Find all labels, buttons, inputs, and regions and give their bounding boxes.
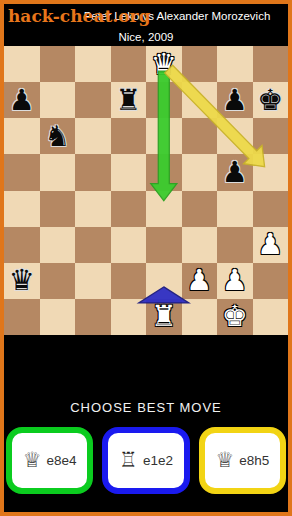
choice-button-e8h5[interactable]: ♕ e8h5: [199, 427, 286, 494]
square-d6[interactable]: [111, 118, 147, 154]
square-c5[interactable]: [75, 154, 111, 190]
choice-button-e1e2[interactable]: ♖ e1e2: [102, 427, 189, 494]
square-g5[interactable]: ♟: [217, 154, 253, 190]
square-f1[interactable]: [182, 299, 218, 335]
white-queen-icon: ♕: [215, 450, 234, 471]
square-a7[interactable]: ♟: [4, 82, 40, 118]
square-f2[interactable]: ♟: [182, 263, 218, 299]
square-b1[interactable]: [40, 299, 76, 335]
square-d8[interactable]: [111, 46, 147, 82]
square-h1[interactable]: [253, 299, 289, 335]
square-f5[interactable]: [182, 154, 218, 190]
white-pawn: ♟: [182, 263, 218, 299]
square-c7[interactable]: [75, 82, 111, 118]
square-e1[interactable]: ♜: [146, 299, 182, 335]
black-queen: ♛: [4, 263, 40, 299]
square-e3[interactable]: [146, 227, 182, 263]
square-b2[interactable]: [40, 263, 76, 299]
square-b3[interactable]: [40, 227, 76, 263]
game-event-subtitle: Nice, 2009: [4, 31, 288, 43]
white-pawn: ♟: [253, 227, 289, 263]
square-g4[interactable]: [217, 191, 253, 227]
square-d5[interactable]: [111, 154, 147, 190]
choice-move-label: e8e4: [47, 453, 77, 468]
square-g6[interactable]: [217, 118, 253, 154]
square-a8[interactable]: [4, 46, 40, 82]
white-rook: ♜: [146, 299, 182, 335]
white-king: ♚: [217, 299, 253, 335]
square-e4[interactable]: [146, 191, 182, 227]
chess-board[interactable]: ♛♟♜♟♚♞♟♟♛♟♟♜♚: [4, 46, 288, 335]
square-c4[interactable]: [75, 191, 111, 227]
square-e7[interactable]: [146, 82, 182, 118]
square-d2[interactable]: [111, 263, 147, 299]
square-e8[interactable]: ♛: [146, 46, 182, 82]
square-f4[interactable]: [182, 191, 218, 227]
square-g7[interactable]: ♟: [217, 82, 253, 118]
square-h5[interactable]: [253, 154, 289, 190]
square-d3[interactable]: [111, 227, 147, 263]
white-queen-icon: ♕: [23, 450, 42, 471]
square-g8[interactable]: [217, 46, 253, 82]
square-a4[interactable]: [4, 191, 40, 227]
square-b6[interactable]: ♞: [40, 118, 76, 154]
square-g3[interactable]: [217, 227, 253, 263]
square-f6[interactable]: [182, 118, 218, 154]
choice-move-label: e8h5: [239, 453, 269, 468]
square-c6[interactable]: [75, 118, 111, 154]
choice-button-e8e4[interactable]: ♕ e8e4: [6, 427, 93, 494]
square-a3[interactable]: [4, 227, 40, 263]
square-c2[interactable]: [75, 263, 111, 299]
square-d7[interactable]: ♜: [111, 82, 147, 118]
square-e5[interactable]: [146, 154, 182, 190]
square-c1[interactable]: [75, 299, 111, 335]
square-e6[interactable]: [146, 118, 182, 154]
board-area: ♛♟♜♟♚♞♟♟♛♟♟♜♚: [4, 46, 288, 335]
square-a2[interactable]: ♛: [4, 263, 40, 299]
square-b8[interactable]: [40, 46, 76, 82]
square-h4[interactable]: [253, 191, 289, 227]
black-pawn: ♟: [217, 82, 253, 118]
app-screen: Peter Leko vs Alexander Morozevich Nice,…: [0, 0, 292, 516]
black-king: ♚: [253, 82, 289, 118]
black-knight: ♞: [40, 118, 76, 154]
square-b5[interactable]: [40, 154, 76, 190]
black-rook: ♜: [111, 82, 147, 118]
square-f8[interactable]: [182, 46, 218, 82]
square-b4[interactable]: [40, 191, 76, 227]
square-c3[interactable]: [75, 227, 111, 263]
square-f7[interactable]: [182, 82, 218, 118]
square-d1[interactable]: [111, 299, 147, 335]
square-g2[interactable]: ♟: [217, 263, 253, 299]
choice-move-label: e1e2: [143, 453, 173, 468]
white-rook-icon: ♖: [119, 450, 138, 471]
square-d4[interactable]: [111, 191, 147, 227]
square-a6[interactable]: [4, 118, 40, 154]
square-b7[interactable]: [40, 82, 76, 118]
square-h8[interactable]: [253, 46, 289, 82]
watermark-text: hack-cheat.org: [8, 6, 150, 26]
square-h3[interactable]: ♟: [253, 227, 289, 263]
square-a1[interactable]: [4, 299, 40, 335]
black-pawn: ♟: [217, 154, 253, 190]
white-pawn: ♟: [217, 263, 253, 299]
answer-choices: ♕ e8e4 ♖ e1e2 ♕ e8h5: [6, 427, 286, 494]
choose-best-move-prompt: CHOOSE BEST MOVE: [4, 400, 288, 415]
square-h2[interactable]: [253, 263, 289, 299]
white-queen: ♛: [146, 46, 182, 82]
black-pawn: ♟: [4, 82, 40, 118]
square-g1[interactable]: ♚: [217, 299, 253, 335]
square-a5[interactable]: [4, 154, 40, 190]
square-h7[interactable]: ♚: [253, 82, 289, 118]
square-h6[interactable]: [253, 118, 289, 154]
square-f3[interactable]: [182, 227, 218, 263]
square-e2[interactable]: [146, 263, 182, 299]
square-c8[interactable]: [75, 46, 111, 82]
